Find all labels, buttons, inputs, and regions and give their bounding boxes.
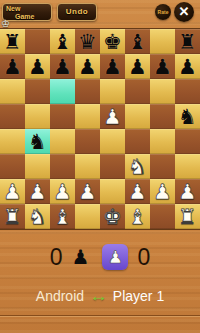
close-icon[interactable]: ✕	[174, 2, 194, 22]
square-a1[interactable]: ♜	[0, 204, 25, 229]
square-g5[interactable]	[150, 104, 175, 129]
square-g2[interactable]: ♟	[150, 179, 175, 204]
square-a2[interactable]: ♟	[0, 179, 25, 204]
players-status-bar: Android ↔ Player 1	[0, 287, 200, 304]
white-knight: ♞	[125, 154, 150, 179]
square-e3[interactable]	[100, 154, 125, 179]
black-bishop: ♝	[125, 29, 150, 54]
square-c3[interactable]	[50, 154, 75, 179]
white-king-icon: ♔	[1, 18, 10, 29]
versus-arrow-icon: ↔	[89, 287, 108, 304]
square-a3[interactable]	[0, 154, 25, 179]
square-e8[interactable]: ♚	[100, 29, 125, 54]
square-h8[interactable]: ♜	[175, 29, 200, 54]
square-g6[interactable]	[150, 79, 175, 104]
undo-button[interactable]: Undo	[57, 3, 97, 21]
white-king: ♚	[100, 204, 125, 229]
square-b5[interactable]	[25, 104, 50, 129]
black-capture-count: 0	[50, 244, 63, 271]
square-b4[interactable]: ♞	[25, 129, 50, 154]
black-pawn: ♟	[100, 54, 125, 79]
square-d8[interactable]: ♛	[75, 29, 100, 54]
square-b6[interactable]	[25, 79, 50, 104]
square-f6[interactable]	[125, 79, 150, 104]
black-pawn: ♟	[175, 54, 200, 79]
square-h7[interactable]: ♟	[175, 54, 200, 79]
rate-label: Rate	[158, 9, 169, 15]
square-c7[interactable]: ♟	[50, 54, 75, 79]
new-game-label-line1: New	[6, 5, 51, 13]
white-turn-indicator: ♟	[102, 244, 128, 270]
square-c4[interactable]	[50, 129, 75, 154]
square-b2[interactable]: ♟	[25, 179, 50, 204]
black-rook: ♜	[0, 29, 25, 54]
black-rook: ♜	[175, 29, 200, 54]
square-e1[interactable]: ♚	[100, 204, 125, 229]
square-f2[interactable]: ♟	[125, 179, 150, 204]
black-pawn-icon: ♟	[72, 244, 90, 270]
square-c2[interactable]: ♟	[50, 179, 75, 204]
square-d7[interactable]: ♟	[75, 54, 100, 79]
square-f4[interactable]	[125, 129, 150, 154]
square-f5[interactable]	[125, 104, 150, 129]
square-d1[interactable]	[75, 204, 100, 229]
square-h3[interactable]	[175, 154, 200, 179]
square-d5[interactable]	[75, 104, 100, 129]
white-pawn: ♟	[125, 179, 150, 204]
capture-score-bar: 0 ♟ ♟ 0	[0, 241, 200, 273]
wood-groove-divider	[0, 315, 200, 316]
black-pawn: ♟	[25, 54, 50, 79]
white-pawn: ♟	[100, 104, 125, 129]
square-e2[interactable]	[100, 179, 125, 204]
square-b3[interactable]	[25, 154, 50, 179]
black-knight: ♞	[25, 129, 50, 154]
square-b8[interactable]	[25, 29, 50, 54]
new-game-label-line2: Game	[15, 13, 51, 21]
square-h1[interactable]: ♜	[175, 204, 200, 229]
square-c8[interactable]: ♝	[50, 29, 75, 54]
white-pawn: ♟	[150, 179, 175, 204]
chess-board[interactable]: ♜♝♛♚♝♜♟♟♟♟♟♟♟♟♟♞♞♞♟♟♟♟♟♟♟♜♞♝♚♝♜	[0, 29, 200, 229]
white-pawn-icon: ♟	[108, 244, 123, 270]
black-king: ♚	[100, 29, 125, 54]
square-d3[interactable]	[75, 154, 100, 179]
square-f3[interactable]: ♞	[125, 154, 150, 179]
white-rook: ♜	[0, 204, 25, 229]
black-pawn: ♟	[50, 54, 75, 79]
square-e5[interactable]: ♟	[100, 104, 125, 129]
black-knight: ♞	[175, 104, 200, 129]
square-g3[interactable]	[150, 154, 175, 179]
square-h6[interactable]	[175, 79, 200, 104]
square-b1[interactable]: ♞	[25, 204, 50, 229]
square-a7[interactable]: ♟	[0, 54, 25, 79]
square-b7[interactable]: ♟	[25, 54, 50, 79]
square-h2[interactable]: ♟	[175, 179, 200, 204]
white-pawn: ♟	[50, 179, 75, 204]
square-c6[interactable]	[50, 79, 75, 104]
square-a8[interactable]: ♜	[0, 29, 25, 54]
black-pawn: ♟	[75, 54, 100, 79]
black-pawn: ♟	[125, 54, 150, 79]
white-bishop: ♝	[125, 204, 150, 229]
square-f8[interactable]: ♝	[125, 29, 150, 54]
square-h5[interactable]: ♞	[175, 104, 200, 129]
square-d4[interactable]	[75, 129, 100, 154]
square-c5[interactable]	[50, 104, 75, 129]
player-white-name: Player 1	[113, 288, 164, 304]
white-pawn: ♟	[75, 179, 100, 204]
square-g7[interactable]: ♟	[150, 54, 175, 79]
white-pawn: ♟	[175, 179, 200, 204]
square-e4[interactable]	[100, 129, 125, 154]
square-g8[interactable]	[150, 29, 175, 54]
black-bishop: ♝	[50, 29, 75, 54]
rate-badge[interactable]: Rate	[155, 4, 171, 20]
square-e6[interactable]	[100, 79, 125, 104]
square-g4[interactable]	[150, 129, 175, 154]
square-a6[interactable]	[0, 79, 25, 104]
player-black-name: Android	[36, 288, 84, 304]
white-capture-count: 0	[137, 244, 150, 271]
square-g1[interactable]	[150, 204, 175, 229]
chess-app-screen: New Game Undo Rate ✕ ♔ ♜♝♛♚♝♜♟♟♟♟♟♟♟♟♟♞♞…	[0, 0, 200, 333]
square-a4[interactable]	[0, 129, 25, 154]
white-rook: ♜	[175, 204, 200, 229]
square-f1[interactable]: ♝	[125, 204, 150, 229]
square-f7[interactable]: ♟	[125, 54, 150, 79]
black-pawn: ♟	[150, 54, 175, 79]
square-a5[interactable]	[0, 104, 25, 129]
black-queen: ♛	[75, 29, 100, 54]
white-pawn: ♟	[0, 179, 25, 204]
white-pawn: ♟	[25, 179, 50, 204]
square-d6[interactable]	[75, 79, 100, 104]
white-knight: ♞	[25, 204, 50, 229]
square-e7[interactable]: ♟	[100, 54, 125, 79]
white-bishop: ♝	[50, 204, 75, 229]
square-d2[interactable]: ♟	[75, 179, 100, 204]
close-glyph: ✕	[179, 2, 190, 22]
square-h4[interactable]	[175, 129, 200, 154]
black-pawn: ♟	[0, 54, 25, 79]
square-c1[interactable]: ♝	[50, 204, 75, 229]
